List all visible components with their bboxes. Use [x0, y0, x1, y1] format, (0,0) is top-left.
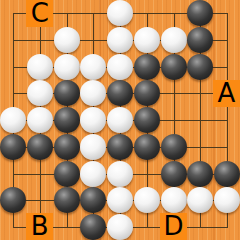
- white-stone: [107, 54, 133, 80]
- white-stone: [107, 107, 133, 133]
- black-stone: [54, 80, 80, 106]
- point-label-b[interactable]: B: [26, 213, 53, 240]
- black-stone: [134, 107, 160, 133]
- white-stone: [107, 214, 133, 240]
- black-stone: [107, 134, 133, 160]
- white-stone: [80, 134, 106, 160]
- black-stone: [134, 54, 160, 80]
- white-stone: [54, 27, 80, 53]
- black-stone: [214, 161, 240, 187]
- white-stone: [80, 54, 106, 80]
- white-stone: [27, 80, 53, 106]
- black-stone: [134, 134, 160, 160]
- white-stone: [214, 187, 240, 213]
- black-stone: [187, 54, 213, 80]
- white-stone: [0, 107, 26, 133]
- white-stone: [27, 54, 53, 80]
- point-label-d[interactable]: D: [160, 213, 187, 240]
- point-label-c[interactable]: C: [26, 0, 53, 27]
- black-stone: [187, 27, 213, 53]
- white-stone: [134, 187, 160, 213]
- go-board: ABCD: [0, 0, 240, 240]
- white-stone: [107, 161, 133, 187]
- black-stone: [161, 161, 187, 187]
- white-stone: [161, 187, 187, 213]
- black-stone: [54, 187, 80, 213]
- white-stone: [107, 0, 133, 26]
- black-stone: [54, 134, 80, 160]
- point-label-a[interactable]: A: [213, 80, 240, 107]
- white-stone: [80, 161, 106, 187]
- white-stone: [107, 27, 133, 53]
- white-stone: [27, 107, 53, 133]
- black-stone: [54, 107, 80, 133]
- black-stone: [161, 134, 187, 160]
- white-stone: [134, 27, 160, 53]
- white-stone: [161, 27, 187, 53]
- black-stone: [27, 134, 53, 160]
- black-stone: [161, 54, 187, 80]
- black-stone: [134, 80, 160, 106]
- black-stone: [54, 161, 80, 187]
- white-stone: [54, 54, 80, 80]
- black-stone: [187, 161, 213, 187]
- black-stone: [0, 134, 26, 160]
- black-stone: [80, 214, 106, 240]
